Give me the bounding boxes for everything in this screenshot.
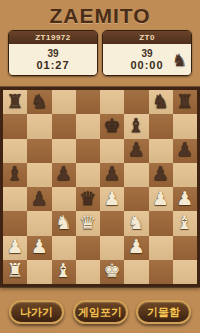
square-e3[interactable] [100, 211, 124, 235]
square-h2[interactable] [173, 236, 197, 260]
piece-black-rook[interactable]: ♜ [7, 92, 24, 111]
piece-black-pawn[interactable]: ♟ [176, 140, 193, 159]
square-b5[interactable] [27, 163, 51, 187]
square-e6[interactable] [100, 139, 124, 163]
square-c1[interactable]: ♝ [52, 260, 76, 284]
square-g8[interactable]: ♞ [149, 90, 173, 114]
square-h7[interactable] [173, 114, 197, 138]
action-buttons: 나가기 게임포기 기물함 [0, 300, 200, 324]
square-f6[interactable]: ♟ [124, 139, 148, 163]
square-b2[interactable]: ♟ [27, 236, 51, 260]
square-b3[interactable] [27, 211, 51, 235]
square-e4[interactable]: ♟ [100, 187, 124, 211]
square-d2[interactable] [76, 236, 100, 260]
square-h6[interactable]: ♟ [173, 139, 197, 163]
player-panels: ZT19972 39 01:27 ZT0 39 00:00 ♞ [0, 30, 200, 76]
player-left-name: ZT19972 [35, 31, 71, 44]
square-b8[interactable]: ♞ [27, 90, 51, 114]
piece-white-bishop[interactable]: ♝ [55, 261, 72, 280]
player-panel-left: ZT19972 39 01:27 [8, 30, 98, 76]
square-b1[interactable] [27, 260, 51, 284]
piece-black-pawn[interactable]: ♟ [104, 164, 121, 183]
piece-white-knight[interactable]: ♞ [55, 213, 72, 232]
square-b7[interactable] [27, 114, 51, 138]
square-h3[interactable]: ♝ [173, 211, 197, 235]
square-c3[interactable]: ♞ [52, 211, 76, 235]
player-right-timer: 00:00 [130, 59, 163, 71]
player-left-timer: 01:27 [36, 59, 69, 71]
piece-white-pawn[interactable]: ♟ [128, 237, 145, 256]
square-a3[interactable] [3, 211, 27, 235]
piece-black-bishop[interactable]: ♝ [128, 116, 145, 135]
square-g1[interactable] [149, 260, 173, 284]
square-d1[interactable] [76, 260, 100, 284]
chess-board[interactable]: ♜♞♞♜♚♝♟♟♝♟♟♟♟♛♟♟♟♞♛♞♝♟♟♟♜♝♚ [0, 87, 200, 287]
piece-black-pawn[interactable]: ♟ [152, 164, 169, 183]
player-left-name-bar: ZT19972 [9, 31, 97, 44]
square-f4[interactable] [124, 187, 148, 211]
square-d5[interactable] [76, 163, 100, 187]
square-f1[interactable] [124, 260, 148, 284]
square-c2[interactable] [52, 236, 76, 260]
player-left-info: 39 01:27 [9, 44, 97, 75]
piece-box-button[interactable]: 기물함 [136, 300, 191, 324]
piece-white-king[interactable]: ♚ [104, 261, 121, 280]
player-left-score: 39 [47, 48, 58, 59]
square-f7[interactable]: ♝ [124, 114, 148, 138]
app-root: ZAEMITO ZT19972 39 01:27 ZT0 39 00:00 ♞ … [0, 0, 200, 333]
square-e8[interactable] [100, 90, 124, 114]
square-f5[interactable] [124, 163, 148, 187]
square-g2[interactable] [149, 236, 173, 260]
square-g3[interactable] [149, 211, 173, 235]
square-d3[interactable]: ♛ [76, 211, 100, 235]
piece-white-rook[interactable]: ♜ [7, 261, 24, 280]
square-g6[interactable] [149, 139, 173, 163]
square-g5[interactable]: ♟ [149, 163, 173, 187]
square-f3[interactable]: ♞ [124, 211, 148, 235]
square-d6[interactable] [76, 139, 100, 163]
square-e5[interactable]: ♟ [100, 163, 124, 187]
piece-black-pawn[interactable]: ♟ [128, 140, 145, 159]
piece-black-king[interactable]: ♚ [104, 116, 121, 135]
square-b6[interactable] [27, 139, 51, 163]
piece-black-rook[interactable]: ♜ [176, 92, 193, 111]
piece-white-pawn[interactable]: ♟ [152, 189, 169, 208]
square-a7[interactable] [3, 114, 27, 138]
square-g7[interactable] [149, 114, 173, 138]
square-a2[interactable]: ♟ [3, 236, 27, 260]
piece-white-bishop[interactable]: ♝ [176, 213, 193, 232]
piece-black-knight[interactable]: ♞ [152, 92, 169, 111]
black-knight-icon: ♞ [172, 51, 187, 68]
piece-white-knight[interactable]: ♞ [128, 213, 145, 232]
square-d8[interactable] [76, 90, 100, 114]
square-h4[interactable]: ♟ [173, 187, 197, 211]
square-a4[interactable] [3, 187, 27, 211]
square-a1[interactable]: ♜ [3, 260, 27, 284]
player-right-name-bar: ZT0 [103, 31, 191, 44]
piece-white-queen[interactable]: ♛ [79, 213, 96, 232]
piece-black-queen[interactable]: ♛ [79, 189, 96, 208]
piece-white-pawn[interactable]: ♟ [104, 189, 121, 208]
piece-white-pawn[interactable]: ♟ [176, 189, 193, 208]
square-e2[interactable] [100, 236, 124, 260]
square-d4[interactable]: ♛ [76, 187, 100, 211]
app-title: ZAEMITO [0, 0, 200, 30]
square-c8[interactable] [52, 90, 76, 114]
piece-black-knight[interactable]: ♞ [31, 92, 48, 111]
square-g4[interactable]: ♟ [149, 187, 173, 211]
resign-button[interactable]: 게임포기 [73, 300, 128, 324]
piece-white-pawn[interactable]: ♟ [7, 237, 24, 256]
player-panel-right: ZT0 39 00:00 ♞ [102, 30, 192, 76]
square-e7[interactable]: ♚ [100, 114, 124, 138]
piece-black-bishop[interactable]: ♝ [7, 164, 24, 183]
square-c7[interactable] [52, 114, 76, 138]
square-a5[interactable]: ♝ [3, 163, 27, 187]
piece-black-pawn[interactable]: ♟ [55, 164, 72, 183]
square-f2[interactable]: ♟ [124, 236, 148, 260]
player-right-name: ZT0 [139, 31, 155, 44]
player-right-score: 39 [141, 48, 152, 59]
player-right-info: 39 00:00 ♞ [103, 44, 191, 75]
square-a8[interactable]: ♜ [3, 90, 27, 114]
square-c5[interactable]: ♟ [52, 163, 76, 187]
square-h5[interactable] [173, 163, 197, 187]
square-f8[interactable] [124, 90, 148, 114]
square-c4[interactable] [52, 187, 76, 211]
square-h8[interactable]: ♜ [173, 90, 197, 114]
square-b4[interactable]: ♟ [27, 187, 51, 211]
square-h1[interactable] [173, 260, 197, 284]
square-c6[interactable] [52, 139, 76, 163]
square-e1[interactable]: ♚ [100, 260, 124, 284]
square-d7[interactable] [76, 114, 100, 138]
piece-white-pawn[interactable]: ♟ [31, 237, 48, 256]
piece-black-pawn[interactable]: ♟ [31, 189, 48, 208]
square-a6[interactable] [3, 139, 27, 163]
board-area: ♜♞♞♜♚♝♟♟♝♟♟♟♟♛♟♟♟♞♛♞♝♟♟♟♜♝♚ [0, 87, 200, 287]
exit-button[interactable]: 나가기 [9, 300, 64, 324]
